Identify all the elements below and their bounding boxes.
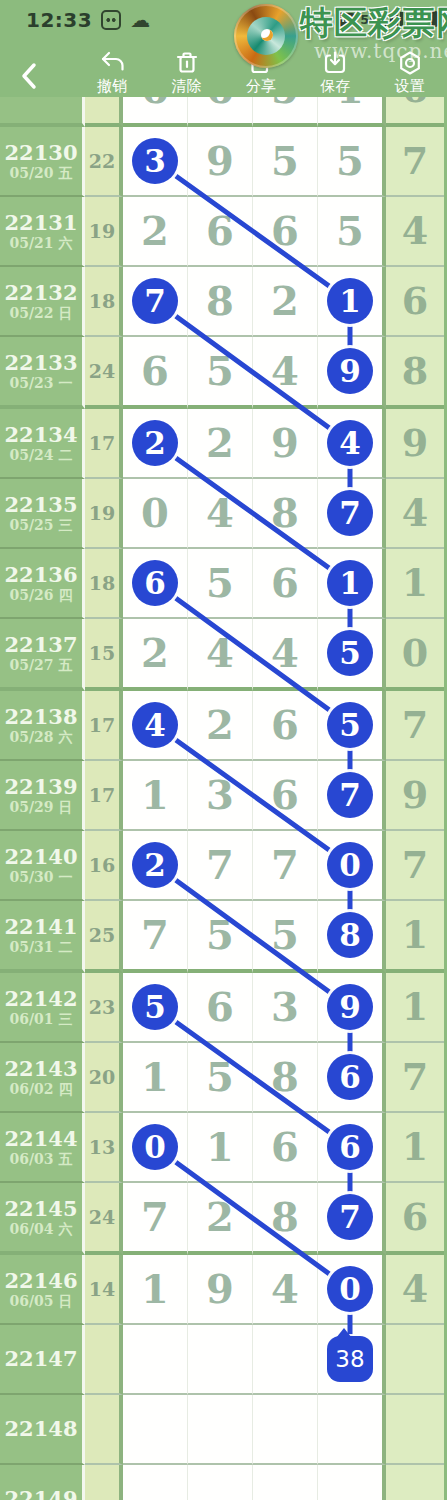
- table-row: 22135 05/25 三 19 0 4 8 7 4: [0, 479, 447, 549]
- digit: 9: [271, 423, 299, 463]
- back-button[interactable]: [0, 40, 75, 97]
- issue-number: 22146: [4, 1269, 77, 1293]
- table-row: 22139 05/29 日 17 1 3 6 7 9: [0, 761, 447, 831]
- share-label: 分享: [246, 79, 276, 94]
- digit-cell[interactable]: [253, 1465, 318, 1500]
- tail-cell[interactable]: 4: [386, 1255, 444, 1325]
- table-row: 22144 06/03 五 13 0 1 6 6 1: [0, 1113, 447, 1183]
- digit: 1: [141, 1269, 169, 1309]
- issue-date: 05/31 二: [10, 940, 73, 955]
- digit-cell[interactable]: 2: [188, 691, 253, 761]
- table-row: 22136 05/26 四 18 6 5 6 1 1: [0, 549, 447, 619]
- issue-date: 06/04 六: [10, 1222, 73, 1237]
- digit: 6: [206, 97, 234, 109]
- digit-cell[interactable]: 1: [123, 761, 188, 831]
- circle-mark[interactable]: 6: [327, 1124, 373, 1170]
- digit-cell[interactable]: 4: [123, 691, 188, 761]
- table-row: 05/19 四 6 6 5 1 6: [0, 97, 447, 127]
- digit-cell[interactable]: 6: [188, 97, 253, 127]
- issue-number: 22144: [4, 1127, 77, 1151]
- chevron-left-icon: [18, 61, 40, 91]
- clock: 12:33: [26, 8, 92, 32]
- circle-mark[interactable]: 5: [327, 630, 373, 676]
- sum-value: 15: [89, 642, 115, 664]
- tail-value: 7: [402, 706, 428, 744]
- tail-cell[interactable]: 1: [386, 1113, 444, 1183]
- issue-number: 22148: [4, 1417, 77, 1441]
- sum-cell: [85, 1395, 123, 1465]
- issue-date: 05/21 六: [10, 236, 73, 251]
- digit-cell[interactable]: 8: [188, 267, 253, 337]
- circle-mark[interactable]: 5: [327, 702, 373, 748]
- issue-date: 05/24 二: [10, 448, 73, 463]
- issue-number: 22131: [4, 211, 77, 235]
- tail-cell[interactable]: 7: [386, 127, 444, 197]
- tail-cell[interactable]: 0: [386, 619, 444, 691]
- digit-cell[interactable]: 3: [123, 127, 188, 197]
- circle-mark[interactable]: 8: [327, 912, 373, 958]
- sum-value: 20: [89, 1066, 115, 1088]
- digit: 4: [271, 633, 299, 673]
- digit: 6: [271, 563, 299, 603]
- issue-date: 05/20 五: [10, 166, 73, 181]
- issue-cell: 22144 06/03 五: [0, 1113, 85, 1183]
- issue-number: 22136: [4, 563, 77, 587]
- sum-value: 19: [89, 502, 115, 524]
- digit-cell[interactable]: 6: [253, 691, 318, 761]
- circle-mark[interactable]: 7: [327, 1194, 373, 1240]
- circle-mark[interactable]: 9: [327, 348, 373, 394]
- network-5g-label: 5G: [360, 13, 380, 26]
- sum-cell: 23: [85, 973, 123, 1043]
- tail-cell[interactable]: 6: [386, 1183, 444, 1255]
- undo-button[interactable]: 撤销: [75, 40, 149, 97]
- tail-cell[interactable]: 8: [386, 337, 444, 409]
- digit-cell[interactable]: 5: [318, 619, 386, 691]
- circle-mark[interactable]: 6: [132, 560, 178, 606]
- digit-cell[interactable]: 8: [253, 1043, 318, 1113]
- sum-cell: 19: [85, 479, 123, 549]
- digit: 1: [206, 1127, 234, 1167]
- digit-cell[interactable]: 0: [123, 479, 188, 549]
- digit-cell[interactable]: 2: [253, 267, 318, 337]
- settings-icon: [397, 50, 423, 76]
- digit-cell[interactable]: 0: [123, 1113, 188, 1183]
- digit: 5: [271, 141, 299, 181]
- digit-cell[interactable]: 7: [318, 1183, 386, 1255]
- digit-cell[interactable]: 1: [123, 1043, 188, 1113]
- app-notification-icon: [101, 10, 121, 30]
- digit: 8: [271, 1197, 299, 1237]
- circle-mark[interactable]: 0: [132, 1124, 178, 1170]
- issue-date: 05/28 六: [10, 730, 73, 745]
- clear-button[interactable]: 清除: [149, 40, 223, 97]
- digit-cell[interactable]: 4: [253, 337, 318, 409]
- digit-cell[interactable]: 1: [318, 549, 386, 619]
- issue-cell: 22145 06/04 六: [0, 1183, 85, 1255]
- issue-number: 22133: [4, 351, 77, 375]
- digit-cell[interactable]: 1: [318, 97, 386, 127]
- table-row: 22149: [0, 1465, 447, 1500]
- sum-cell: 22: [85, 127, 123, 197]
- digit-cell[interactable]: [253, 1325, 318, 1395]
- circle-mark[interactable]: 0: [327, 1266, 373, 1312]
- issue-number: 22140: [4, 845, 77, 869]
- digit-cell[interactable]: [318, 1395, 386, 1465]
- digit-cell[interactable]: 5: [318, 691, 386, 761]
- digit: 6: [271, 1127, 299, 1167]
- issue-date: 05/29 日: [10, 800, 73, 815]
- digit: 0: [141, 493, 169, 533]
- hd-badge: HD: [334, 13, 355, 26]
- sum-cell: 19: [85, 197, 123, 267]
- digit-cell[interactable]: 4: [188, 619, 253, 691]
- circle-mark[interactable]: 0: [327, 842, 373, 888]
- tail-cell[interactable]: 7: [386, 831, 444, 901]
- cloud-icon: ☁: [130, 10, 150, 30]
- digit-cell[interactable]: 5: [253, 97, 318, 127]
- digit: 6: [271, 705, 299, 745]
- tail-cell[interactable]: 6: [386, 267, 444, 337]
- tail-value: 1: [402, 564, 428, 602]
- undo-icon: [99, 50, 126, 76]
- issue-cell: 22141 05/31 二: [0, 901, 85, 973]
- digit-cell[interactable]: [188, 1325, 253, 1395]
- tail-value: 7: [402, 846, 428, 884]
- tail-value: 4: [402, 494, 428, 532]
- digit: 7: [271, 845, 299, 885]
- save-label: 保存: [320, 79, 350, 94]
- digit-cell[interactable]: 5: [123, 973, 188, 1043]
- digit: 5: [271, 915, 299, 955]
- digit-cell[interactable]: 9: [188, 127, 253, 197]
- digit: 4: [271, 1269, 299, 1309]
- circle-mark[interactable]: 5: [132, 984, 178, 1030]
- issue-cell: 22148: [0, 1395, 85, 1465]
- tail-cell[interactable]: 6: [386, 97, 444, 127]
- circle-mark[interactable]: 2: [132, 842, 178, 888]
- digit-cell[interactable]: 3: [188, 761, 253, 831]
- digit-cell[interactable]: 4: [253, 1255, 318, 1325]
- table-row: 22138 05/28 六 17 4 2 6 5 7: [0, 691, 447, 761]
- issue-number: 22142: [4, 987, 77, 1011]
- save-button[interactable]: 保存: [298, 40, 372, 97]
- digit: 2: [206, 705, 234, 745]
- digit-cell[interactable]: 5: [188, 549, 253, 619]
- digit-cell[interactable]: [123, 1395, 188, 1465]
- issue-date: 06/03 五: [10, 1152, 73, 1167]
- digit-cell[interactable]: 6: [188, 973, 253, 1043]
- tail-cell[interactable]: [386, 1395, 444, 1465]
- issue-number: 22149: [4, 1487, 77, 1500]
- tail-value: 4: [402, 1270, 428, 1308]
- sum-cell: 17: [85, 761, 123, 831]
- table-row: 22143 06/02 四 20 1 5 8 6 7: [0, 1043, 447, 1113]
- digit-cell[interactable]: 6: [123, 337, 188, 409]
- sum-value: 14: [89, 1278, 115, 1300]
- tail-value: 4: [402, 212, 428, 250]
- digit: 5: [271, 97, 299, 109]
- sum-cell: 16: [85, 831, 123, 901]
- sum-cell: 20: [85, 1043, 123, 1113]
- circle-mark[interactable]: 1: [327, 560, 373, 606]
- issue-cell: 22143 06/02 四: [0, 1043, 85, 1113]
- digit-cell[interactable]: 7: [123, 901, 188, 973]
- issue-date: 05/22 日: [10, 306, 73, 321]
- tail-value: 6: [402, 1198, 428, 1236]
- digit-cell[interactable]: 2: [123, 409, 188, 479]
- digit: 2: [206, 423, 234, 463]
- digit: 3: [206, 775, 234, 815]
- digit-cell[interactable]: 5: [188, 901, 253, 973]
- digit: 1: [141, 775, 169, 815]
- circle-mark[interactable]: 4: [132, 702, 178, 748]
- digit: 8: [206, 281, 234, 321]
- digit-cell[interactable]: 9: [188, 1255, 253, 1325]
- digit-cell[interactable]: 4: [318, 409, 386, 479]
- digit: 7: [206, 845, 234, 885]
- digit-cell[interactable]: 6: [318, 1113, 386, 1183]
- tail-cell[interactable]: 9: [386, 409, 444, 479]
- circle-mark[interactable]: 6: [327, 1054, 373, 1100]
- digit: 8: [271, 1057, 299, 1097]
- sum-value: 18: [89, 572, 115, 594]
- digit-cell[interactable]: 1: [123, 1255, 188, 1325]
- tail-cell[interactable]: 1: [386, 549, 444, 619]
- digit: 7: [141, 1197, 169, 1237]
- digit-cell[interactable]: 6: [188, 197, 253, 267]
- sum-value: 24: [89, 360, 115, 382]
- digit-cell[interactable]: 38: [318, 1325, 386, 1395]
- issue-number: 22145: [4, 1197, 77, 1221]
- tail-cell[interactable]: 7: [386, 1043, 444, 1113]
- undo-label: 撤销: [97, 79, 127, 94]
- prediction-badge[interactable]: 38: [327, 1336, 373, 1382]
- digit-cell[interactable]: 7: [188, 831, 253, 901]
- tail-cell[interactable]: 4: [386, 479, 444, 549]
- save-icon: [322, 50, 348, 76]
- issue-cell: 22131 05/21 六: [0, 197, 85, 267]
- tail-value: 9: [402, 424, 428, 462]
- toolbar: 撤销 清除 分享: [0, 40, 447, 97]
- circle-mark[interactable]: 7: [132, 278, 178, 324]
- digit: 6: [141, 97, 169, 109]
- sum-cell: 18: [85, 549, 123, 619]
- app-screen: 12:33 ☁ HD 5G 90 特区彩票网 www.tqcp.net: [0, 0, 447, 1500]
- issue-number: 22132: [4, 281, 77, 305]
- digit-cell[interactable]: 0: [318, 1255, 386, 1325]
- issue-date: 05/25 三: [10, 518, 73, 533]
- digit-cell[interactable]: 6: [123, 97, 188, 127]
- digit-cell[interactable]: [188, 1465, 253, 1500]
- digit-cell[interactable]: 0: [318, 831, 386, 901]
- digit: 2: [206, 1197, 234, 1237]
- digit-cell[interactable]: 2: [123, 619, 188, 691]
- settings-button[interactable]: 设置: [373, 40, 447, 97]
- issue-number: 22135: [4, 493, 77, 517]
- digit-cell[interactable]: 8: [253, 479, 318, 549]
- digit-cell[interactable]: 2: [188, 1183, 253, 1255]
- digit: 6: [206, 987, 234, 1027]
- digit-cell[interactable]: 5: [318, 127, 386, 197]
- digit-cell[interactable]: [318, 1465, 386, 1500]
- digit-cell[interactable]: 1: [318, 267, 386, 337]
- digit: 2: [141, 211, 169, 251]
- circle-mark[interactable]: 4: [327, 420, 373, 466]
- issue-date: 05/27 五: [10, 658, 73, 673]
- trend-chart: 05/19 四 6 6 5 1 6 22130 05/20 五 22 3 9 5…: [0, 97, 447, 1500]
- digit-cell[interactable]: [123, 1325, 188, 1395]
- sum-value: 22: [89, 150, 115, 172]
- sum-cell: 25: [85, 901, 123, 973]
- tail-cell[interactable]: 7: [386, 691, 444, 761]
- digit-cell[interactable]: [253, 1395, 318, 1465]
- sum-cell: 17: [85, 691, 123, 761]
- issue-cell: 22146 06/05 日: [0, 1255, 85, 1325]
- digit-cell[interactable]: 5: [188, 1043, 253, 1113]
- digit-cell[interactable]: 4: [188, 479, 253, 549]
- digit: 1: [141, 1057, 169, 1097]
- sum-value: 23: [89, 996, 115, 1018]
- digit-cell[interactable]: 5: [188, 337, 253, 409]
- digit-cell[interactable]: 7: [253, 831, 318, 901]
- tail-cell[interactable]: 9: [386, 761, 444, 831]
- digit-cell[interactable]: 2: [123, 197, 188, 267]
- digit-cell[interactable]: 7: [318, 761, 386, 831]
- digit-cell[interactable]: 6: [318, 1043, 386, 1113]
- sum-cell: 24: [85, 1183, 123, 1255]
- tail-cell[interactable]: [386, 1325, 444, 1395]
- table-row: 22141 05/31 二 25 7 5 5 8 1: [0, 901, 447, 973]
- issue-cell: 05/19 四: [0, 97, 85, 127]
- issue-cell: 22138 05/28 六: [0, 691, 85, 761]
- digit: 9: [206, 141, 234, 181]
- digit-cell[interactable]: 3: [253, 973, 318, 1043]
- issue-cell: 22142 06/01 三: [0, 973, 85, 1043]
- issue-number: 22139: [4, 775, 77, 799]
- table-row: 22133 05/23 一 24 6 5 4 9 8: [0, 337, 447, 409]
- digit-cell[interactable]: 9: [318, 973, 386, 1043]
- tail-cell[interactable]: 4: [386, 197, 444, 267]
- issue-date: 06/05 日: [10, 1294, 73, 1309]
- circle-mark[interactable]: 1: [327, 278, 373, 324]
- issue-number: 22130: [4, 141, 77, 165]
- digit: 6: [271, 211, 299, 251]
- digit-cell[interactable]: 2: [123, 831, 188, 901]
- sum-cell: 17: [85, 409, 123, 479]
- issue-date: 05/23 一: [10, 376, 73, 391]
- digit-cell[interactable]: 9: [253, 409, 318, 479]
- table-row: 22134 05/24 二 17 2 2 9 4 9: [0, 409, 447, 479]
- sum-value: 25: [89, 924, 115, 946]
- tail-value: 1: [402, 988, 428, 1026]
- sum-cell: [85, 1325, 123, 1395]
- tail-cell[interactable]: [386, 1465, 444, 1500]
- status-bar: 12:33 ☁ HD 5G 90: [0, 0, 447, 40]
- issue-cell: 22135 05/25 三: [0, 479, 85, 549]
- table-row: 22146 06/05 日 14 1 9 4 0 4: [0, 1255, 447, 1325]
- issue-cell: 22139 05/29 日: [0, 761, 85, 831]
- digit-cell[interactable]: 2: [188, 409, 253, 479]
- issue-number: 22137: [4, 633, 77, 657]
- sum-value: 17: [89, 714, 115, 736]
- circle-mark[interactable]: 3: [132, 138, 178, 184]
- tail-cell[interactable]: 1: [386, 901, 444, 973]
- issue-number: 22134: [4, 423, 77, 447]
- digit-cell[interactable]: 7: [318, 479, 386, 549]
- issue-cell: 22136 05/26 四: [0, 549, 85, 619]
- digit: 5: [206, 351, 234, 391]
- digit: 4: [206, 633, 234, 673]
- clear-label: 清除: [172, 79, 202, 94]
- tail-value: 6: [402, 97, 428, 108]
- tail-value: 7: [402, 142, 428, 180]
- digit-cell[interactable]: 6: [253, 549, 318, 619]
- digit: 3: [271, 987, 299, 1027]
- sum-value: 24: [89, 1206, 115, 1228]
- digit: 2: [271, 281, 299, 321]
- digit: 8: [271, 493, 299, 533]
- digit-cell[interactable]: 6: [253, 197, 318, 267]
- digit-cell[interactable]: 5: [318, 197, 386, 267]
- digit: 5: [206, 915, 234, 955]
- tail-value: 1: [402, 1128, 428, 1166]
- circle-mark[interactable]: 2: [132, 420, 178, 466]
- share-button[interactable]: 分享: [224, 40, 298, 97]
- table-row: 22137 05/27 五 15 2 4 4 5 0: [0, 619, 447, 691]
- digit-cell[interactable]: 8: [253, 1183, 318, 1255]
- circle-mark[interactable]: 7: [327, 490, 373, 536]
- digit-cell[interactable]: 7: [123, 267, 188, 337]
- sum-value: 18: [89, 290, 115, 312]
- settings-label: 设置: [395, 79, 425, 94]
- table-row: 22140 05/30 一 16 2 7 7 0 7: [0, 831, 447, 901]
- tail-value: 1: [402, 916, 428, 954]
- digit-cell[interactable]: 6: [123, 549, 188, 619]
- sum-value: 16: [89, 854, 115, 876]
- issue-cell: 22137 05/27 五: [0, 619, 85, 691]
- digit-cell[interactable]: 5: [253, 127, 318, 197]
- issue-cell: 22149: [0, 1465, 85, 1500]
- digit: 7: [141, 915, 169, 955]
- tail-value: 7: [402, 1058, 428, 1096]
- digit-cell[interactable]: 8: [318, 901, 386, 973]
- sum-cell: 24: [85, 337, 123, 409]
- digit-cell[interactable]: 6: [253, 761, 318, 831]
- circle-mark[interactable]: 7: [327, 772, 373, 818]
- issue-number: 22147: [4, 1347, 77, 1371]
- digit-cell[interactable]: 1: [188, 1113, 253, 1183]
- digit-cell[interactable]: 9: [318, 337, 386, 409]
- circle-mark[interactable]: 9: [327, 984, 373, 1030]
- digit-cell[interactable]: 7: [123, 1183, 188, 1255]
- digit: 2: [141, 633, 169, 673]
- sum-cell: 15: [85, 619, 123, 691]
- sum-cell: 18: [85, 267, 123, 337]
- sum-cell: [85, 1465, 123, 1500]
- digit-cell[interactable]: [188, 1395, 253, 1465]
- issue-date: 05/26 四: [10, 588, 73, 603]
- digit-cell[interactable]: [123, 1465, 188, 1500]
- digit-cell[interactable]: 6: [253, 1113, 318, 1183]
- digit: 4: [206, 493, 234, 533]
- tail-cell[interactable]: 1: [386, 973, 444, 1043]
- table-row: 22130 05/20 五 22 3 9 5 5 7: [0, 127, 447, 197]
- digit-cell[interactable]: 4: [253, 619, 318, 691]
- digit-cell[interactable]: 5: [253, 901, 318, 973]
- digit: 9: [206, 1269, 234, 1309]
- tail-value: 0: [402, 634, 428, 672]
